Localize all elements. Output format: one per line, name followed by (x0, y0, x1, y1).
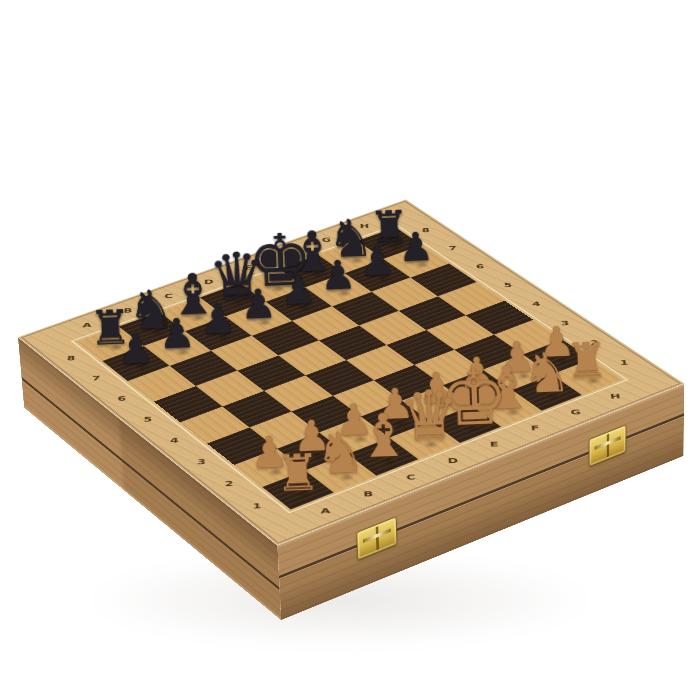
piece-black-pawn[interactable]: ♟ (353, 241, 402, 282)
coord-file-far-d: D (185, 271, 233, 294)
coord-rank-right-7: 7 (431, 236, 475, 260)
coord-file-far-c: C (144, 285, 192, 308)
square-d6[interactable] (252, 321, 319, 355)
square-d7[interactable]: ♟ (226, 302, 292, 336)
piece-black-pawn[interactable]: ♟ (392, 227, 440, 268)
piece-black-pawn[interactable]: ♟ (193, 298, 243, 340)
square-d8[interactable]: ♛ (200, 283, 266, 316)
piece-black-knight[interactable]: ♞ (126, 283, 176, 338)
coord-rank-right-6: 6 (458, 254, 503, 279)
square-g5[interactable] (399, 296, 466, 330)
piece-shadow (364, 271, 401, 288)
piece-shadow (245, 314, 283, 332)
camera-tilt: ♜♞♝♛♚♝♞♜♟♟♟♟♟♟♟♟♟♟♟♟♟♟♟♟♜♞♝♛♚♝♞♜ ABCDEFG… (0, 0, 700, 693)
square-h7[interactable]: ♟ (384, 245, 449, 277)
piece-black-king[interactable]: ♚ (247, 224, 297, 297)
square-c8[interactable]: ♝ (160, 297, 226, 331)
piece-shadow (163, 343, 201, 361)
piece-shadow (325, 285, 362, 302)
square-c6[interactable] (211, 336, 278, 371)
coord-file-far-g: G (303, 229, 350, 251)
piece-black-rook[interactable]: ♜ (85, 302, 135, 351)
square-e5[interactable] (319, 326, 387, 361)
square-f5[interactable] (359, 311, 426, 345)
square-b8[interactable]: ♞ (119, 312, 185, 346)
coord-file-far-b: B (103, 299, 152, 322)
piece-shadow (299, 266, 336, 283)
square-g6[interactable] (371, 278, 437, 311)
square-e8[interactable]: ♚ (240, 269, 306, 302)
square-f8[interactable]: ♝ (279, 255, 344, 288)
square-a8[interactable]: ♜ (77, 327, 144, 362)
square-g4[interactable] (426, 315, 494, 349)
scene-3d: ♜♞♝♛♚♝♞♜♟♟♟♟♟♟♟♟♟♟♟♟♟♟♟♟♜♞♝♛♚♝♞♜ ABCDEFG… (0, 0, 700, 700)
piece-shadow (285, 299, 323, 317)
square-h6[interactable] (411, 263, 477, 296)
piece-black-pawn[interactable]: ♟ (110, 328, 160, 371)
coord-rank-right-5: 5 (485, 272, 530, 297)
piece-black-bishop[interactable]: ♝ (167, 266, 217, 324)
piece-shadow (338, 252, 375, 269)
piece-black-rook[interactable]: ♜ (365, 203, 413, 250)
piece-black-pawn[interactable]: ♟ (234, 284, 284, 326)
square-a1[interactable]: ♜ (262, 470, 334, 509)
piece-shadow (204, 328, 242, 346)
square-d5[interactable] (278, 340, 346, 375)
piece-shadow (97, 339, 135, 357)
coord-rank-right-8: 8 (404, 218, 447, 242)
piece-black-knight[interactable]: ♞ (326, 212, 375, 265)
square-g7[interactable]: ♟ (345, 259, 411, 292)
piece-black-bishop[interactable]: ♝ (287, 224, 336, 281)
square-h5[interactable] (438, 282, 505, 315)
piece-black-pawn[interactable]: ♟ (313, 255, 362, 297)
coord-file-far-a: A (62, 314, 112, 338)
piece-black-pawn[interactable]: ♟ (274, 269, 323, 311)
piece-black-queen[interactable]: ♛ (207, 244, 257, 310)
piece-shadow (403, 256, 440, 273)
piece-shadow (259, 280, 296, 297)
photo-of-folding-chess-box: ♜♞♝♛♚♝♞♜♟♟♟♟♟♟♟♟♟♟♟♟♟♟♟♟♜♞♝♛♚♝♞♜ ABCDEFG… (0, 0, 700, 700)
square-h4[interactable] (466, 301, 533, 335)
square-b7[interactable]: ♟ (144, 331, 211, 366)
piece-shadow (179, 309, 217, 327)
coord-rank-7: 7 (73, 365, 119, 392)
square-e6[interactable] (292, 306, 359, 340)
coord-file-far-h: H (341, 215, 388, 237)
chess-box: ♜♞♝♛♚♝♞♜♟♟♟♟♟♟♟♟♟♟♟♟♟♟♟♟♜♞♝♛♚♝♞♜ ABCDEFG… (18, 199, 684, 545)
square-g8[interactable]: ♞ (319, 241, 384, 273)
piece-shadow (377, 238, 414, 255)
square-e7[interactable]: ♟ (266, 287, 332, 321)
piece-black-pawn[interactable]: ♟ (152, 313, 202, 356)
square-f7[interactable]: ♟ (306, 273, 372, 306)
coord-rank-right-4: 4 (513, 291, 559, 317)
piece-shadow (138, 324, 176, 342)
square-c7[interactable]: ♟ (185, 316, 252, 350)
square-h8[interactable]: ♜ (357, 227, 422, 259)
piece-shadow (219, 295, 257, 312)
coord-file-far-e: E (225, 256, 272, 279)
square-f6[interactable] (332, 292, 399, 326)
coord-rank-8: 8 (48, 345, 94, 372)
square-c5[interactable] (237, 355, 305, 390)
coord-file-far-f: F (264, 243, 311, 265)
file-labels-far: ABCDEFGH (55, 211, 395, 341)
